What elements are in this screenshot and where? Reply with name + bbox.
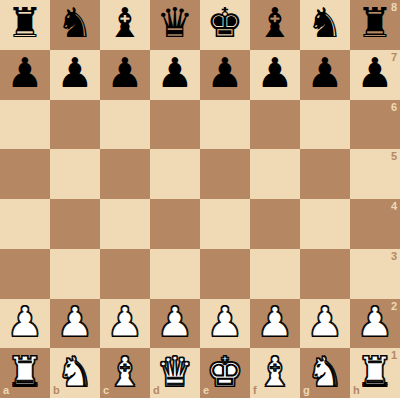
square-f1[interactable]: ♝f [250,348,300,398]
square-e1[interactable]: ♚e [200,348,250,398]
square-g6[interactable] [300,100,350,150]
square-f2[interactable]: ♟ [250,299,300,349]
square-b5[interactable] [50,149,100,199]
square-b8[interactable]: ♞ [50,0,100,50]
rank-label-5: 5 [391,151,397,162]
rank-label-6: 6 [391,102,397,113]
square-h1[interactable]: ♜1h [350,348,400,398]
square-f3[interactable] [250,249,300,299]
square-g5[interactable] [300,149,350,199]
square-b4[interactable] [50,199,100,249]
square-h2[interactable]: ♟2 [350,299,400,349]
square-a1[interactable]: ♜a [0,348,50,398]
square-e3[interactable] [200,249,250,299]
black-pawn[interactable]: ♟ [307,50,344,98]
square-c2[interactable]: ♟ [100,299,150,349]
square-b2[interactable]: ♟ [50,299,100,349]
square-f5[interactable] [250,149,300,199]
square-h7[interactable]: ♟7 [350,50,400,100]
square-a4[interactable] [0,199,50,249]
black-rook[interactable]: ♜ [357,0,394,48]
square-e5[interactable] [200,149,250,199]
black-pawn[interactable]: ♟ [357,50,394,98]
black-pawn[interactable]: ♟ [107,50,144,98]
square-d3[interactable] [150,249,200,299]
white-pawn[interactable]: ♟ [157,299,194,347]
square-a7[interactable]: ♟ [0,50,50,100]
white-pawn[interactable]: ♟ [357,299,394,347]
square-c5[interactable] [100,149,150,199]
square-d8[interactable]: ♛ [150,0,200,50]
square-d5[interactable] [150,149,200,199]
square-a8[interactable]: ♜ [0,0,50,50]
black-pawn[interactable]: ♟ [257,50,294,98]
black-knight[interactable]: ♞ [307,0,344,48]
square-c7[interactable]: ♟ [100,50,150,100]
square-b7[interactable]: ♟ [50,50,100,100]
square-g4[interactable] [300,199,350,249]
square-c4[interactable] [100,199,150,249]
square-f4[interactable] [250,199,300,249]
square-h5[interactable]: 5 [350,149,400,199]
black-bishop[interactable]: ♝ [257,0,294,48]
black-pawn[interactable]: ♟ [57,50,94,98]
black-rook[interactable]: ♜ [7,0,44,48]
white-knight[interactable]: ♞ [57,348,94,396]
white-pawn[interactable]: ♟ [307,299,344,347]
square-c6[interactable] [100,100,150,150]
white-king[interactable]: ♚ [207,348,244,396]
square-d1[interactable]: ♛d [150,348,200,398]
black-knight[interactable]: ♞ [57,0,94,48]
square-h3[interactable]: 3 [350,249,400,299]
square-h6[interactable]: 6 [350,100,400,150]
square-e8[interactable]: ♚ [200,0,250,50]
white-pawn[interactable]: ♟ [207,299,244,347]
square-a5[interactable] [0,149,50,199]
square-c3[interactable] [100,249,150,299]
black-queen[interactable]: ♛ [157,0,194,48]
square-d2[interactable]: ♟ [150,299,200,349]
square-f7[interactable]: ♟ [250,50,300,100]
black-pawn[interactable]: ♟ [207,50,244,98]
square-e7[interactable]: ♟ [200,50,250,100]
square-g1[interactable]: ♞g [300,348,350,398]
white-queen[interactable]: ♛ [157,348,194,396]
square-d4[interactable] [150,199,200,249]
white-rook[interactable]: ♜ [7,348,44,396]
square-b3[interactable] [50,249,100,299]
square-h8[interactable]: ♜8 [350,0,400,50]
chess-board: ♜♞♝♛♚♝♞♜8♟♟♟♟♟♟♟♟76543♟♟♟♟♟♟♟♟2♜a♞b♝c♛d♚… [0,0,400,398]
square-a2[interactable]: ♟ [0,299,50,349]
rank-label-4: 4 [391,201,397,212]
white-bishop[interactable]: ♝ [107,348,144,396]
black-pawn[interactable]: ♟ [157,50,194,98]
square-a3[interactable] [0,249,50,299]
square-g7[interactable]: ♟ [300,50,350,100]
square-c8[interactable]: ♝ [100,0,150,50]
white-pawn[interactable]: ♟ [7,299,44,347]
square-g8[interactable]: ♞ [300,0,350,50]
black-pawn[interactable]: ♟ [7,50,44,98]
square-e2[interactable]: ♟ [200,299,250,349]
square-f6[interactable] [250,100,300,150]
square-g3[interactable] [300,249,350,299]
white-knight[interactable]: ♞ [307,348,344,396]
square-d7[interactable]: ♟ [150,50,200,100]
black-bishop[interactable]: ♝ [107,0,144,48]
square-e4[interactable] [200,199,250,249]
square-g2[interactable]: ♟ [300,299,350,349]
square-e6[interactable] [200,100,250,150]
white-bishop[interactable]: ♝ [257,348,294,396]
square-b6[interactable] [50,100,100,150]
square-b1[interactable]: ♞b [50,348,100,398]
square-h4[interactable]: 4 [350,199,400,249]
white-pawn[interactable]: ♟ [107,299,144,347]
square-d6[interactable] [150,100,200,150]
square-f8[interactable]: ♝ [250,0,300,50]
white-pawn[interactable]: ♟ [257,299,294,347]
square-a6[interactable] [0,100,50,150]
square-c1[interactable]: ♝c [100,348,150,398]
rank-label-3: 3 [391,251,397,262]
black-king[interactable]: ♚ [207,0,244,48]
white-rook[interactable]: ♜ [357,348,394,396]
white-pawn[interactable]: ♟ [57,299,94,347]
